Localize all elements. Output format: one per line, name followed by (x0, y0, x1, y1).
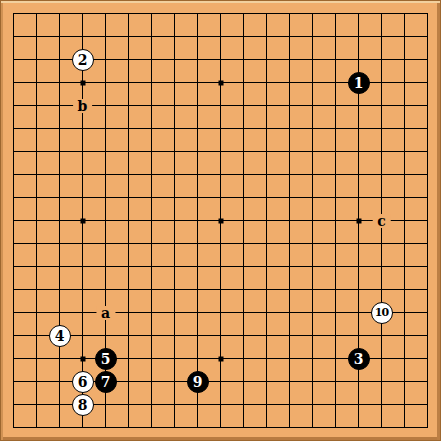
star-point (80, 218, 85, 223)
stone-black-7[interactable]: 7 (95, 371, 117, 393)
star-point (218, 218, 223, 223)
grid-line-vertical (243, 13, 244, 428)
stone-black-1[interactable]: 1 (348, 72, 370, 94)
grid-line-vertical (335, 13, 336, 428)
star-point (80, 80, 85, 85)
grid-line-vertical (266, 13, 267, 428)
go-board: abc12345678910 (0, 0, 441, 441)
grid-line-vertical (427, 13, 428, 428)
star-point (356, 218, 361, 223)
stone-white-8[interactable]: 8 (72, 394, 94, 416)
stone-white-2[interactable]: 2 (72, 49, 94, 71)
stone-black-5[interactable]: 5 (95, 348, 117, 370)
point-label-a[interactable]: a (96, 306, 115, 320)
stone-white-10[interactable]: 10 (371, 302, 393, 324)
grid-line-horizontal (13, 243, 428, 244)
star-point (218, 80, 223, 85)
grid-line-vertical (404, 13, 405, 428)
stone-black-9[interactable]: 9 (187, 371, 209, 393)
star-point (80, 356, 85, 361)
star-point (218, 356, 223, 361)
grid-line-horizontal (13, 335, 428, 336)
point-label-c[interactable]: c (372, 214, 391, 228)
grid-line-horizontal (13, 289, 428, 290)
grid-line-vertical (312, 13, 313, 428)
stone-black-3[interactable]: 3 (348, 348, 370, 370)
point-label-b[interactable]: b (73, 99, 93, 113)
grid-line-vertical (289, 13, 290, 428)
grid-line-horizontal (13, 266, 428, 267)
grid-line-horizontal (13, 427, 428, 428)
stone-white-6[interactable]: 6 (72, 371, 94, 393)
stone-white-4[interactable]: 4 (49, 325, 71, 347)
grid-line-horizontal (13, 312, 428, 313)
